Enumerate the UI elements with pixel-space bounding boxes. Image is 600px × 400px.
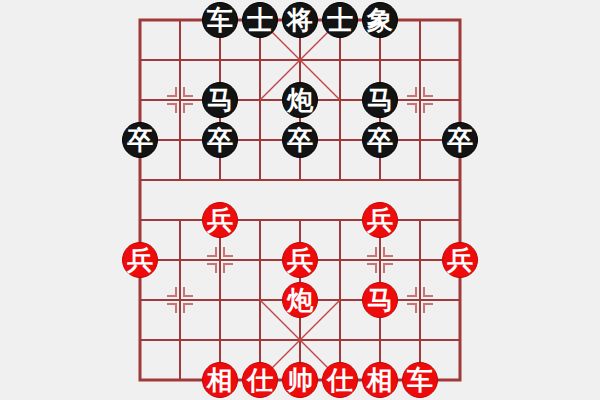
piece-black-chariot[interactable]: 车: [202, 2, 238, 38]
piece-red-elephant[interactable]: 相: [202, 362, 238, 398]
piece-red-soldier[interactable]: 兵: [202, 202, 238, 238]
piece-red-advisor[interactable]: 仕: [322, 362, 358, 398]
piece-red-soldier[interactable]: 兵: [362, 202, 398, 238]
piece-black-soldier[interactable]: 卒: [442, 122, 478, 158]
board-grid: [0, 0, 600, 400]
piece-black-horse[interactable]: 马: [362, 82, 398, 118]
piece-red-general[interactable]: 帅: [282, 362, 318, 398]
piece-red-soldier[interactable]: 兵: [442, 242, 478, 278]
piece-black-advisor[interactable]: 士: [242, 2, 278, 38]
piece-red-soldier[interactable]: 兵: [282, 242, 318, 278]
piece-black-horse[interactable]: 马: [202, 82, 238, 118]
piece-red-cannon[interactable]: 炮: [282, 282, 318, 318]
piece-red-horse[interactable]: 马: [362, 282, 398, 318]
piece-black-soldier[interactable]: 卒: [282, 122, 318, 158]
piece-black-general[interactable]: 将: [282, 2, 318, 38]
piece-red-chariot[interactable]: 车: [402, 362, 438, 398]
xiangqi-board: 车士将士象马炮马卒卒卒卒卒兵兵兵兵兵炮马相仕帅仕相车: [0, 0, 600, 400]
piece-red-advisor[interactable]: 仕: [242, 362, 278, 398]
piece-black-soldier[interactable]: 卒: [202, 122, 238, 158]
piece-black-soldier[interactable]: 卒: [362, 122, 398, 158]
piece-black-cannon[interactable]: 炮: [282, 82, 318, 118]
piece-red-soldier[interactable]: 兵: [122, 242, 158, 278]
piece-red-elephant[interactable]: 相: [362, 362, 398, 398]
piece-black-elephant[interactable]: 象: [362, 2, 398, 38]
piece-black-advisor[interactable]: 士: [322, 2, 358, 38]
piece-black-soldier[interactable]: 卒: [122, 122, 158, 158]
